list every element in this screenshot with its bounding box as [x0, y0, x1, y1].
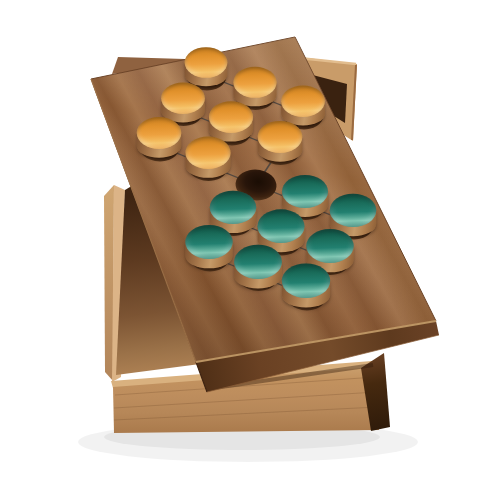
- peg-orange[interactable]: [257, 120, 302, 163]
- peg-top-orange: [137, 117, 182, 149]
- peg-top-green: [234, 244, 282, 278]
- peg-top-orange: [281, 86, 325, 117]
- peg-top-orange: [209, 101, 253, 133]
- peg-orange[interactable]: [185, 136, 230, 179]
- peg-top-orange: [161, 82, 205, 113]
- peg-top-orange: [233, 66, 276, 97]
- peg-green[interactable]: [185, 225, 232, 270]
- peg-green[interactable]: [282, 263, 330, 309]
- peg-top-green: [281, 174, 327, 207]
- peg-top-green: [185, 225, 232, 259]
- peg-orange[interactable]: [137, 117, 182, 160]
- peg-top-green: [330, 194, 377, 227]
- scene: [0, 0, 500, 500]
- peg-green[interactable]: [234, 244, 282, 290]
- peg-top-green: [306, 229, 353, 263]
- peg-top-green: [258, 209, 305, 243]
- peg-top-green: [209, 190, 255, 223]
- peg-top-orange: [257, 120, 302, 152]
- peg-top-orange: [185, 47, 228, 78]
- peg-top-green: [282, 263, 330, 298]
- peg-top-orange: [185, 136, 230, 168]
